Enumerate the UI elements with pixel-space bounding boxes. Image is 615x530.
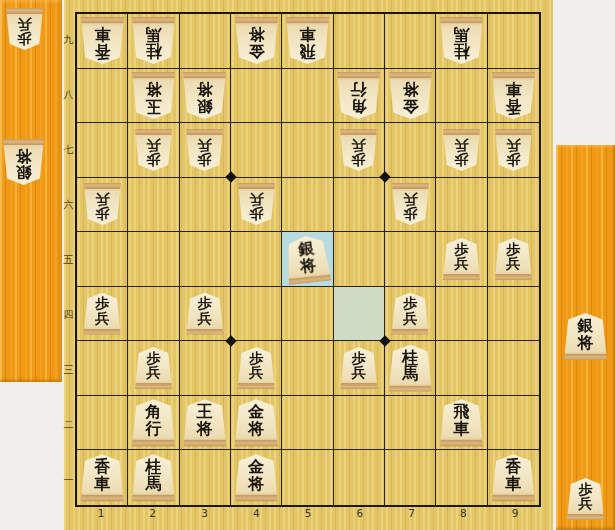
rank-label-7: 七 xyxy=(62,122,75,177)
square-8八[interactable] xyxy=(436,69,487,124)
square-3六[interactable] xyxy=(180,178,231,233)
square-6一[interactable] xyxy=(334,450,385,505)
gote-komadai-bottom-player-hand: 銀 将歩 兵 xyxy=(556,145,615,530)
piece-kanji: 歩 兵 xyxy=(18,17,32,46)
rank-label-5: 五 xyxy=(62,232,75,287)
square-5一[interactable] xyxy=(282,450,333,505)
piece-kanji: 玉 将 xyxy=(145,81,161,114)
gote-lance[interactable]: 香 車 xyxy=(492,454,535,501)
file-labels: 123456789 xyxy=(75,505,541,521)
rank-label-1: 一 xyxy=(62,452,75,507)
sente-pawn[interactable]: 歩 兵 xyxy=(186,129,223,171)
square-2二[interactable]: 角 行 xyxy=(128,396,179,451)
sente-pawn[interactable]: 歩 兵 xyxy=(392,183,429,225)
piece-kanji: 飛 車 xyxy=(453,404,469,437)
board-grid: 香 車桂 馬金 将飛 車桂 馬玉 将銀 将角 行金 将香 車歩 兵歩 兵歩 兵歩… xyxy=(75,12,541,507)
square-1九[interactable]: 香 車 xyxy=(77,14,128,69)
gote-silver[interactable]: 銀 将 xyxy=(564,313,607,360)
piece-kanji: 香 車 xyxy=(505,81,521,114)
rank-label-2: 二 xyxy=(62,397,75,452)
rank-label-3: 三 xyxy=(62,342,75,397)
piece-kanji: 歩 兵 xyxy=(352,352,366,381)
square-3五[interactable] xyxy=(180,232,231,287)
gote-pawn[interactable]: 歩 兵 xyxy=(84,293,121,335)
piece-kanji: 歩 兵 xyxy=(146,352,160,381)
piece-kanji: 桂 馬 xyxy=(402,350,418,383)
square-7四[interactable]: 歩 兵 xyxy=(385,287,436,342)
gote-pawn[interactable]: 歩 兵 xyxy=(392,293,429,335)
file-label-9: 9 xyxy=(489,505,541,521)
gote-pawn[interactable]: 歩 兵 xyxy=(135,347,172,389)
sente-pawn[interactable]: 歩 兵 xyxy=(443,129,480,171)
square-7七[interactable] xyxy=(385,123,436,178)
square-1三[interactable] xyxy=(77,341,128,396)
square-5九[interactable]: 飛 車 xyxy=(282,14,333,69)
sente-komadai-top-player-hand: 歩 兵銀 将 xyxy=(0,0,62,382)
gote-lance[interactable]: 香 車 xyxy=(81,454,124,501)
square-2六[interactable] xyxy=(128,178,179,233)
gote-pawn[interactable]: 歩 兵 xyxy=(495,238,532,280)
square-2八[interactable]: 玉 将 xyxy=(128,69,179,124)
gote-bishop[interactable]: 角 行 xyxy=(132,399,175,446)
rank-label-4: 四 xyxy=(62,287,75,342)
sente-bishop[interactable]: 角 行 xyxy=(337,72,380,119)
piece-kanji: 金 将 xyxy=(248,459,264,492)
file-label-1: 1 xyxy=(75,505,127,521)
square-7八[interactable]: 金 将 xyxy=(385,69,436,124)
square-2九[interactable]: 桂 馬 xyxy=(128,14,179,69)
file-label-3: 3 xyxy=(179,505,231,521)
square-8七[interactable]: 歩 兵 xyxy=(436,123,487,178)
sente-lance[interactable]: 香 車 xyxy=(492,72,535,119)
piece-kanji: 桂 馬 xyxy=(145,459,161,492)
square-1二[interactable] xyxy=(77,396,128,451)
sente-pawn[interactable]: 歩 兵 xyxy=(340,129,377,171)
square-9四[interactable] xyxy=(488,287,539,342)
piece-kanji: 歩 兵 xyxy=(579,483,593,512)
square-9三[interactable] xyxy=(488,341,539,396)
rank-label-6: 六 xyxy=(62,177,75,232)
file-label-7: 7 xyxy=(386,505,438,521)
square-3三[interactable] xyxy=(180,341,231,396)
file-label-8: 8 xyxy=(437,505,489,521)
rank-label-8: 八 xyxy=(62,67,75,122)
square-5三[interactable] xyxy=(282,341,333,396)
square-7九[interactable] xyxy=(385,14,436,69)
sente-pawn[interactable]: 歩 兵 xyxy=(135,129,172,171)
square-4六[interactable]: 歩 兵 xyxy=(231,178,282,233)
gote-pawn[interactable]: 歩 兵 xyxy=(238,347,275,389)
square-7二[interactable] xyxy=(385,396,436,451)
piece-kanji: 歩 兵 xyxy=(95,297,109,326)
square-9六[interactable] xyxy=(488,178,539,233)
piece-kanji: 銀 将 xyxy=(298,241,317,275)
square-5二[interactable] xyxy=(282,396,333,451)
sente-pawn[interactable]: 歩 兵 xyxy=(495,129,532,171)
square-2五[interactable] xyxy=(128,232,179,287)
sente-gold[interactable]: 金 将 xyxy=(235,17,278,64)
gote-knight[interactable]: 桂 馬 xyxy=(132,454,175,501)
piece-kanji: 金 将 xyxy=(248,26,264,59)
square-1七[interactable] xyxy=(77,123,128,178)
square-2一[interactable]: 桂 馬 xyxy=(128,450,179,505)
square-8三[interactable] xyxy=(436,341,487,396)
square-1六[interactable]: 歩 兵 xyxy=(77,178,128,233)
piece-kanji: 歩 兵 xyxy=(403,297,417,326)
piece-kanji: 香 車 xyxy=(505,459,521,492)
sente-silver[interactable]: 銀 将 xyxy=(183,72,226,119)
piece-kanji: 歩 兵 xyxy=(198,138,212,167)
piece-kanji: 歩 兵 xyxy=(403,192,417,221)
piece-kanji: 歩 兵 xyxy=(352,138,366,167)
piece-kanji: 金 将 xyxy=(248,404,264,437)
square-9二[interactable] xyxy=(488,396,539,451)
sente-silver[interactable]: 銀 将 xyxy=(3,139,44,185)
piece-kanji: 歩 兵 xyxy=(198,297,212,326)
square-6四[interactable] xyxy=(334,287,385,342)
square-6八[interactable]: 角 行 xyxy=(334,69,385,124)
rank-labels: 九八七六五四三二一 xyxy=(62,12,75,507)
square-6七[interactable]: 歩 兵 xyxy=(334,123,385,178)
gote-pawn[interactable]: 歩 兵 xyxy=(443,238,480,280)
square-6二[interactable] xyxy=(334,396,385,451)
sente-rook[interactable]: 飛 車 xyxy=(286,17,329,64)
sente-gold[interactable]: 金 将 xyxy=(389,72,432,119)
square-7六[interactable]: 歩 兵 xyxy=(385,178,436,233)
file-label-5: 5 xyxy=(282,505,334,521)
sente-lance[interactable]: 香 車 xyxy=(81,17,124,64)
square-5六[interactable] xyxy=(282,178,333,233)
piece-kanji: 香 車 xyxy=(94,26,110,59)
square-8一[interactable] xyxy=(436,450,487,505)
gote-gold[interactable]: 金 将 xyxy=(235,454,278,501)
gote-silver[interactable]: 銀 将 xyxy=(284,234,332,285)
piece-kanji: 歩 兵 xyxy=(506,138,520,167)
square-2三[interactable]: 歩 兵 xyxy=(128,341,179,396)
gote-rook[interactable]: 飛 車 xyxy=(440,399,483,446)
square-9一[interactable]: 香 車 xyxy=(488,450,539,505)
piece-kanji: 金 将 xyxy=(402,81,418,114)
sente-pawn[interactable]: 歩 兵 xyxy=(238,183,275,225)
square-4五[interactable] xyxy=(231,232,282,287)
file-label-2: 2 xyxy=(127,505,179,521)
square-9八[interactable]: 香 車 xyxy=(488,69,539,124)
piece-kanji: 歩 兵 xyxy=(454,243,468,272)
square-5五[interactable]: 銀 将 xyxy=(282,232,333,287)
square-1四[interactable]: 歩 兵 xyxy=(77,287,128,342)
square-9九[interactable] xyxy=(488,14,539,69)
square-5七[interactable] xyxy=(282,123,333,178)
piece-kanji: 歩 兵 xyxy=(249,192,263,221)
square-2七[interactable]: 歩 兵 xyxy=(128,123,179,178)
square-3二[interactable]: 王 将 xyxy=(180,396,231,451)
piece-kanji: 王 将 xyxy=(197,404,213,437)
square-4八[interactable] xyxy=(231,69,282,124)
square-5四[interactable] xyxy=(282,287,333,342)
square-1八[interactable] xyxy=(77,69,128,124)
piece-kanji: 桂 馬 xyxy=(453,26,469,59)
file-label-6: 6 xyxy=(334,505,386,521)
sente-knight[interactable]: 桂 馬 xyxy=(132,17,175,64)
square-6九[interactable] xyxy=(334,14,385,69)
square-1五[interactable] xyxy=(77,232,128,287)
piece-kanji: 銀 将 xyxy=(197,81,213,114)
square-4二[interactable]: 金 将 xyxy=(231,396,282,451)
square-2四[interactable] xyxy=(128,287,179,342)
square-3七[interactable]: 歩 兵 xyxy=(180,123,231,178)
piece-kanji: 香 車 xyxy=(94,459,110,492)
shogi-app: 歩 兵銀 将 銀 将歩 兵 九八七六五四三二一 123456789 香 車桂 馬… xyxy=(0,0,615,530)
square-4三[interactable]: 歩 兵 xyxy=(231,341,282,396)
square-9五[interactable]: 歩 兵 xyxy=(488,232,539,287)
square-8六[interactable] xyxy=(436,178,487,233)
square-8九[interactable]: 桂 馬 xyxy=(436,14,487,69)
piece-kanji: 歩 兵 xyxy=(95,192,109,221)
square-3一[interactable] xyxy=(180,450,231,505)
piece-kanji: 歩 兵 xyxy=(146,138,160,167)
square-1一[interactable]: 香 車 xyxy=(77,450,128,505)
sente-jeweled-king[interactable]: 玉 将 xyxy=(132,72,175,119)
square-4七[interactable] xyxy=(231,123,282,178)
square-8五[interactable]: 歩 兵 xyxy=(436,232,487,287)
piece-kanji: 角 行 xyxy=(145,404,161,437)
square-7一[interactable] xyxy=(385,450,436,505)
piece-kanji: 歩 兵 xyxy=(249,352,263,381)
sente-pawn[interactable]: 歩 兵 xyxy=(6,8,43,50)
gote-pawn[interactable]: 歩 兵 xyxy=(186,293,223,335)
sente-pawn[interactable]: 歩 兵 xyxy=(84,183,121,225)
square-9七[interactable]: 歩 兵 xyxy=(488,123,539,178)
gote-king[interactable]: 王 将 xyxy=(183,399,226,446)
gote-pawn[interactable]: 歩 兵 xyxy=(567,478,604,520)
piece-kanji: 銀 将 xyxy=(16,148,32,181)
rank-label-9: 九 xyxy=(62,12,75,67)
piece-kanji: 角 行 xyxy=(351,81,367,114)
sente-knight[interactable]: 桂 馬 xyxy=(440,17,483,64)
square-3八[interactable]: 銀 将 xyxy=(180,69,231,124)
piece-kanji: 歩 兵 xyxy=(454,138,468,167)
piece-kanji: 桂 馬 xyxy=(145,26,161,59)
square-6六[interactable] xyxy=(334,178,385,233)
square-4一[interactable]: 金 将 xyxy=(231,450,282,505)
square-6五[interactable] xyxy=(334,232,385,287)
gote-knight[interactable]: 桂 馬 xyxy=(389,345,432,392)
square-4四[interactable] xyxy=(231,287,282,342)
gote-pawn[interactable]: 歩 兵 xyxy=(340,347,377,389)
square-6三[interactable]: 歩 兵 xyxy=(334,341,385,396)
piece-kanji: 銀 将 xyxy=(578,318,594,351)
square-5八[interactable] xyxy=(282,69,333,124)
square-8二[interactable]: 飛 車 xyxy=(436,396,487,451)
square-4九[interactable]: 金 将 xyxy=(231,14,282,69)
square-7五[interactable] xyxy=(385,232,436,287)
piece-kanji: 飛 車 xyxy=(299,26,315,59)
gote-gold[interactable]: 金 将 xyxy=(235,399,278,446)
file-label-4: 4 xyxy=(230,505,282,521)
square-3九[interactable] xyxy=(180,14,231,69)
piece-kanji: 歩 兵 xyxy=(506,243,520,272)
square-3四[interactable]: 歩 兵 xyxy=(180,287,231,342)
square-7三[interactable]: 桂 馬 xyxy=(385,341,436,396)
square-8四[interactable] xyxy=(436,287,487,342)
